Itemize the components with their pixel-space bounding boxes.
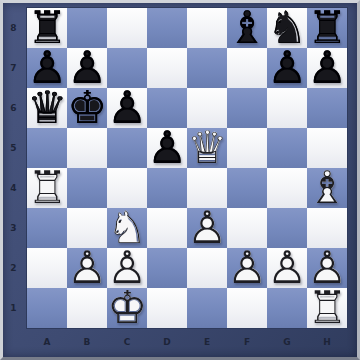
square-h3[interactable]: [307, 208, 347, 248]
square-e7[interactable]: [187, 48, 227, 88]
square-g2[interactable]: ♟♙: [267, 248, 307, 288]
black-knight-icon: ♞♘: [267, 8, 307, 48]
square-h7[interactable]: ♟♙: [307, 48, 347, 88]
square-g1[interactable]: [267, 288, 307, 328]
square-b4[interactable]: [67, 168, 107, 208]
square-c1[interactable]: ♚♔: [107, 288, 147, 328]
square-f1[interactable]: [227, 288, 267, 328]
black-bishop-icon: ♝♗: [227, 8, 267, 48]
square-e6[interactable]: [187, 88, 227, 128]
rank-label-4: 4: [0, 168, 27, 208]
square-g8[interactable]: ♞♘: [267, 8, 307, 48]
square-b6[interactable]: ♚♔: [67, 88, 107, 128]
square-d3[interactable]: [147, 208, 187, 248]
square-b8[interactable]: [67, 8, 107, 48]
square-e2[interactable]: [187, 248, 227, 288]
square-c2[interactable]: ♟♙: [107, 248, 147, 288]
square-c8[interactable]: [107, 8, 147, 48]
square-b3[interactable]: [67, 208, 107, 248]
black-pawn-icon: ♟♙: [307, 48, 347, 88]
rank-label-3: 3: [0, 208, 27, 248]
chess-board: ♜♖♝♗♞♘♜♖♟♙♟♙♟♙♟♙♛♕♚♔♟♙♟♙♛♕♜♖♝♗♞♘♟♙♟♙♟♙♟♙…: [27, 8, 347, 328]
square-h1[interactable]: ♜♖: [307, 288, 347, 328]
square-a3[interactable]: [27, 208, 67, 248]
square-d5[interactable]: ♟♙: [147, 128, 187, 168]
square-g3[interactable]: [267, 208, 307, 248]
square-f3[interactable]: [227, 208, 267, 248]
square-d4[interactable]: [147, 168, 187, 208]
white-queen-icon: ♛♕: [187, 128, 227, 168]
black-king-icon: ♚♔: [67, 88, 107, 128]
square-g6[interactable]: [267, 88, 307, 128]
square-a6[interactable]: ♛♕: [27, 88, 67, 128]
white-rook-icon: ♜♖: [27, 168, 67, 208]
square-d2[interactable]: [147, 248, 187, 288]
square-h6[interactable]: [307, 88, 347, 128]
square-d6[interactable]: [147, 88, 187, 128]
white-king-icon: ♚♔: [107, 288, 147, 328]
square-h4[interactable]: ♝♗: [307, 168, 347, 208]
white-pawn-icon: ♟♙: [67, 248, 107, 288]
white-pawn-icon: ♟♙: [187, 208, 227, 248]
black-pawn-icon: ♟♙: [267, 48, 307, 88]
square-c5[interactable]: [107, 128, 147, 168]
square-h2[interactable]: ♟♙: [307, 248, 347, 288]
square-d8[interactable]: [147, 8, 187, 48]
rank-label-2: 2: [0, 248, 27, 288]
white-rook-icon: ♜♖: [307, 288, 347, 328]
square-c3[interactable]: ♞♘: [107, 208, 147, 248]
square-a4[interactable]: ♜♖: [27, 168, 67, 208]
white-pawn-icon: ♟♙: [307, 248, 347, 288]
rank-label-8: 8: [0, 8, 27, 48]
black-pawn-icon: ♟♙: [27, 48, 67, 88]
black-rook-icon: ♜♖: [307, 8, 347, 48]
square-b5[interactable]: [67, 128, 107, 168]
square-g5[interactable]: [267, 128, 307, 168]
square-a8[interactable]: ♜♖: [27, 8, 67, 48]
square-a7[interactable]: ♟♙: [27, 48, 67, 88]
file-label-h: H: [307, 330, 347, 354]
black-pawn-icon: ♟♙: [67, 48, 107, 88]
file-label-a: A: [27, 330, 67, 354]
black-pawn-icon: ♟♙: [107, 88, 147, 128]
white-pawn-icon: ♟♙: [227, 248, 267, 288]
square-a5[interactable]: [27, 128, 67, 168]
white-bishop-icon: ♝♗: [307, 168, 347, 208]
square-g7[interactable]: ♟♙: [267, 48, 307, 88]
rank-labels: 87654321: [0, 8, 27, 328]
rank-label-7: 7: [0, 48, 27, 88]
file-label-g: G: [267, 330, 307, 354]
square-d1[interactable]: [147, 288, 187, 328]
black-rook-icon: ♜♖: [27, 8, 67, 48]
file-label-d: D: [147, 330, 187, 354]
square-d7[interactable]: [147, 48, 187, 88]
chessboard-widget: 87654321 ♜♖♝♗♞♘♜♖♟♙♟♙♟♙♟♙♛♕♚♔♟♙♟♙♛♕♜♖♝♗♞…: [0, 0, 360, 360]
square-a1[interactable]: [27, 288, 67, 328]
square-g4[interactable]: [267, 168, 307, 208]
square-a2[interactable]: [27, 248, 67, 288]
black-pawn-icon: ♟♙: [147, 128, 187, 168]
file-label-c: C: [107, 330, 147, 354]
white-pawn-icon: ♟♙: [267, 248, 307, 288]
square-f6[interactable]: [227, 88, 267, 128]
square-e8[interactable]: [187, 8, 227, 48]
square-b2[interactable]: ♟♙: [67, 248, 107, 288]
file-label-e: E: [187, 330, 227, 354]
square-f5[interactable]: [227, 128, 267, 168]
square-f7[interactable]: [227, 48, 267, 88]
square-e5[interactable]: ♛♕: [187, 128, 227, 168]
file-labels: ABCDEFGH: [27, 330, 347, 354]
square-f4[interactable]: [227, 168, 267, 208]
square-h5[interactable]: [307, 128, 347, 168]
rank-label-1: 1: [0, 288, 27, 328]
square-e1[interactable]: [187, 288, 227, 328]
square-b7[interactable]: ♟♙: [67, 48, 107, 88]
square-e3[interactable]: ♟♙: [187, 208, 227, 248]
square-h8[interactable]: ♜♖: [307, 8, 347, 48]
rank-label-5: 5: [0, 128, 27, 168]
file-label-f: F: [227, 330, 267, 354]
square-f2[interactable]: ♟♙: [227, 248, 267, 288]
white-knight-icon: ♞♘: [107, 208, 147, 248]
rank-label-6: 6: [0, 88, 27, 128]
black-queen-icon: ♛♕: [27, 88, 67, 128]
file-label-b: B: [67, 330, 107, 354]
square-c4[interactable]: [107, 168, 147, 208]
white-pawn-icon: ♟♙: [107, 248, 147, 288]
square-c6[interactable]: ♟♙: [107, 88, 147, 128]
square-e4[interactable]: [187, 168, 227, 208]
square-b1[interactable]: [67, 288, 107, 328]
square-c7[interactable]: [107, 48, 147, 88]
square-f8[interactable]: ♝♗: [227, 8, 267, 48]
